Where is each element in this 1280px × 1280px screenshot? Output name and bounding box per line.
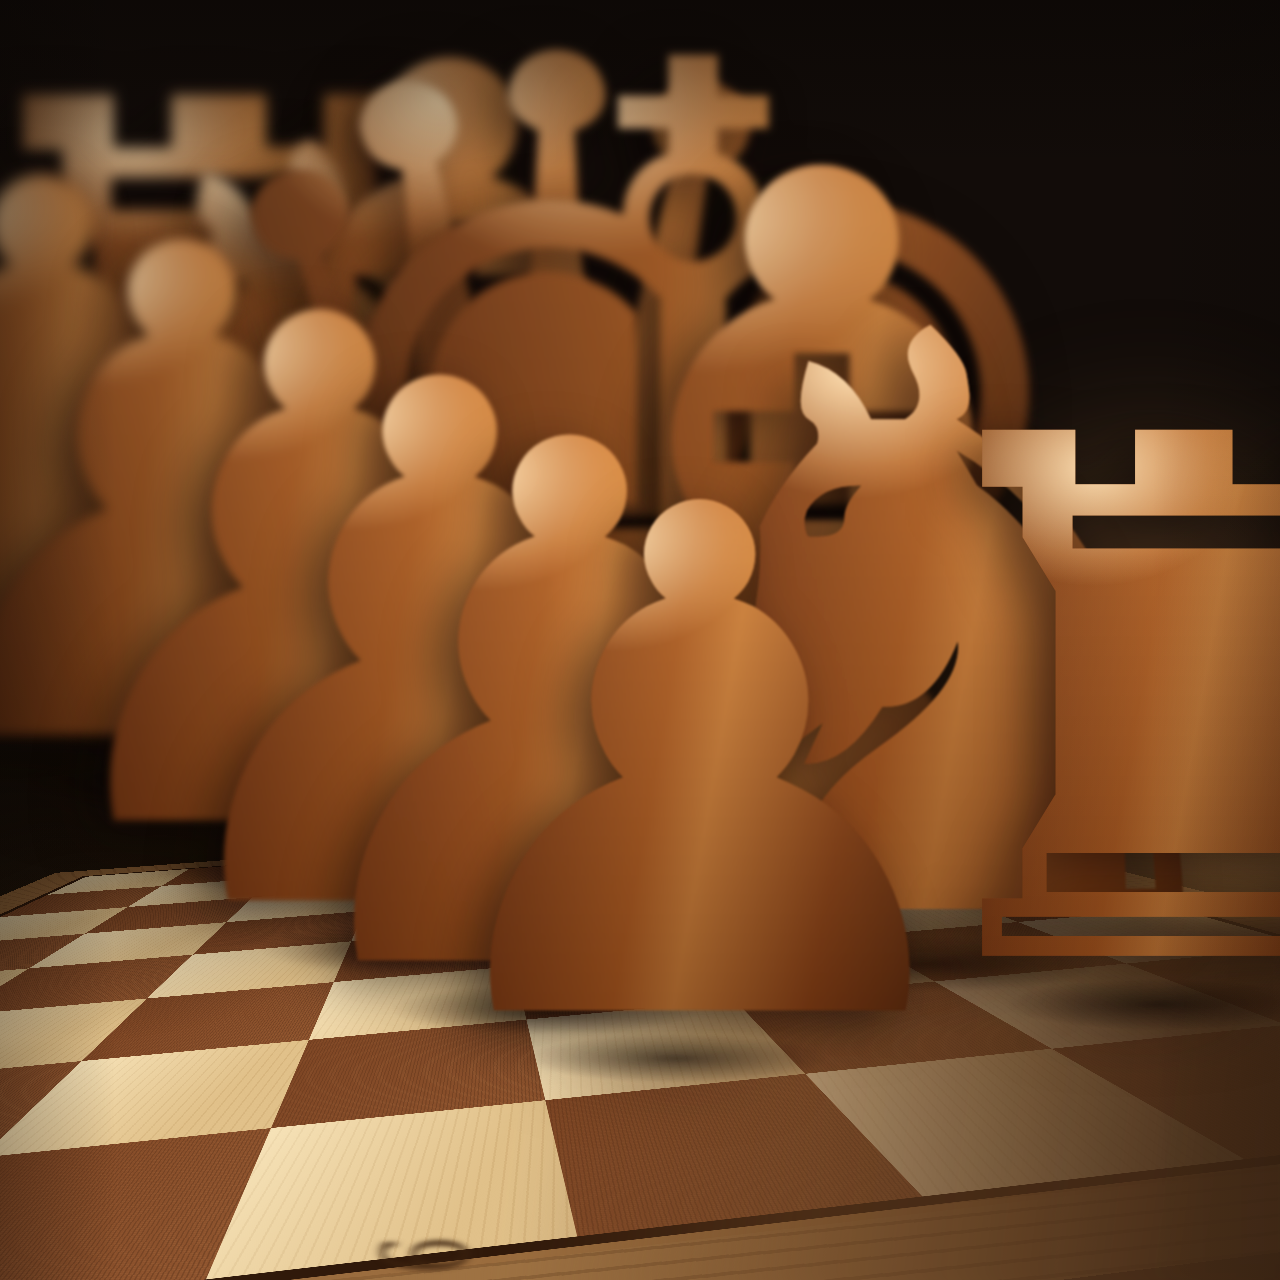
- pieces-layer: ♜♜♞♞♝♝♛♛♚♚♝♝♞♞♜♜♟♟♟♟♟♟♟♟♟♟♟♟: [0, 0, 1280, 1280]
- pawn-glyph-gloss: ♟: [386, 418, 1014, 1118]
- chess-photo-scene: 6 ♜♜♞♞♝♝♛♛♚♚♝♝♞♞♜♜♟♟♟♟♟♟♟♟♟♟♟♟: [0, 0, 1280, 1280]
- piece-black-pawn: ♟♟: [386, 418, 1014, 1118]
